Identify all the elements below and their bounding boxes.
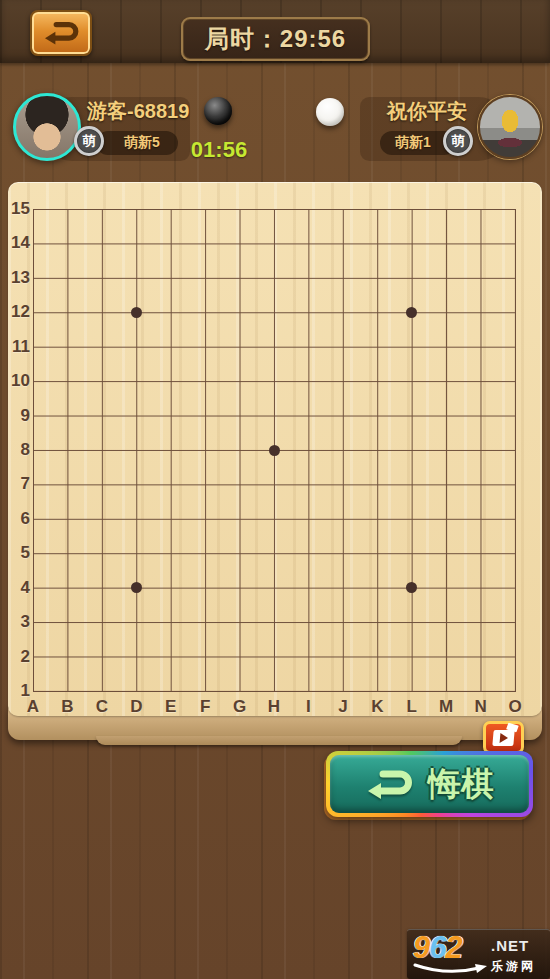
star-point-D4: [131, 582, 142, 593]
col-label-I: I: [295, 697, 321, 717]
white-player-name: 祝你平安: [387, 98, 467, 125]
undo-arrow-icon: [365, 762, 413, 806]
match-timer-text: 局时：29:56: [205, 23, 346, 55]
col-label-M: M: [433, 697, 459, 717]
white-stone-icon: [316, 98, 344, 126]
match-timer-plaque: 局时：29:56: [181, 17, 370, 61]
undo-button-label: 悔棋: [428, 762, 494, 807]
watermark-swoosh-icon: [413, 962, 489, 976]
col-label-E: E: [158, 697, 184, 717]
watermark-domain: .NET: [491, 938, 529, 953]
row-label-4: 4: [4, 578, 30, 598]
col-label-L: L: [399, 697, 425, 717]
col-label-J: J: [330, 697, 356, 717]
row-label-2: 2: [4, 647, 30, 667]
row-label-14: 14: [4, 233, 30, 253]
video-replay-icon: [492, 730, 514, 746]
row-label-3: 3: [4, 612, 30, 632]
col-label-B: B: [54, 697, 80, 717]
back-button[interactable]: [30, 10, 92, 56]
row-label-8: 8: [4, 440, 30, 460]
back-icon: [41, 15, 81, 51]
col-label-F: F: [192, 697, 218, 717]
col-label-A: A: [20, 697, 46, 717]
col-label-H: H: [261, 697, 287, 717]
row-label-6: 6: [4, 509, 30, 529]
row-label-12: 12: [4, 302, 30, 322]
black-player-medal-icon: 萌: [74, 126, 104, 156]
black-stone-icon: [204, 97, 232, 125]
col-label-C: C: [89, 697, 115, 717]
star-point-D12: [131, 307, 142, 318]
row-label-11: 11: [4, 337, 30, 357]
col-label-D: D: [123, 697, 149, 717]
white-player-avatar[interactable]: [478, 95, 542, 159]
row-label-5: 5: [4, 543, 30, 563]
black-player-avatar[interactable]: [13, 93, 81, 161]
game-screen: 局时：29:56 游客-68819 萌新5 萌 01:56 祝你平安 萌新1 萌…: [0, 0, 550, 979]
row-label-13: 13: [4, 268, 30, 288]
watermark-digits: 962: [413, 930, 462, 965]
row-label-10: 10: [4, 371, 30, 391]
col-label-K: K: [364, 697, 390, 717]
white-player-medal-icon: 萌: [443, 126, 473, 156]
watermark-site-name: 乐游网: [491, 959, 536, 973]
replay-button[interactable]: [483, 721, 524, 754]
black-player-name: 游客-68819: [87, 98, 189, 125]
row-label-9: 9: [4, 406, 30, 426]
black-move-timer: 01:56: [190, 137, 248, 163]
col-label-N: N: [468, 697, 494, 717]
col-label-G: G: [227, 697, 253, 717]
top-bar: 局时：29:56: [0, 0, 550, 63]
black-player-rank-badge: 萌新5: [96, 131, 178, 155]
star-point-H8: [269, 445, 280, 456]
board-edge-tab: [96, 736, 462, 745]
star-point-L12: [406, 307, 417, 318]
col-label-O: O: [502, 697, 528, 717]
row-label-15: 15: [4, 199, 30, 219]
undo-button[interactable]: 悔棋: [326, 751, 533, 817]
site-watermark: 962 .NET 乐游网: [407, 929, 550, 979]
row-label-7: 7: [4, 474, 30, 494]
